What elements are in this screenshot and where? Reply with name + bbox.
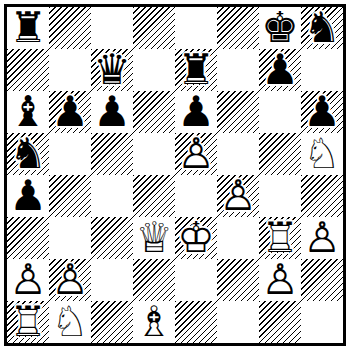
piece-black-pawn: ♟ — [49, 91, 91, 133]
square-a3[interactable] — [7, 217, 49, 259]
board-grid: ♜♚♞♛♜♟♝♟♟♟♟♞♟♙♞♘♟♟♙♛♕♚♔♜♖♟♙♟♙♟♙♟♙♜♖♞♘♝♗ — [7, 7, 343, 343]
square-a1[interactable]: ♜♖ — [7, 301, 49, 343]
square-e2[interactable] — [175, 259, 217, 301]
square-e1[interactable] — [175, 301, 217, 343]
square-g1[interactable] — [259, 301, 301, 343]
piece-glyph: ♚ — [259, 7, 301, 49]
piece-white-pawn: ♟♙ — [301, 217, 343, 259]
piece-outline: ♕ — [133, 217, 175, 259]
piece-glyph: ♞ — [301, 7, 343, 49]
square-a2[interactable]: ♟♙ — [7, 259, 49, 301]
piece-glyph: ♟ — [91, 91, 133, 133]
square-c5[interactable] — [91, 133, 133, 175]
piece-white-bishop: ♝♗ — [133, 301, 175, 343]
piece-outline: ♙ — [175, 133, 217, 175]
square-c7[interactable]: ♛ — [91, 49, 133, 91]
square-b2[interactable]: ♟♙ — [49, 259, 91, 301]
square-d1[interactable]: ♝♗ — [133, 301, 175, 343]
piece-white-rook: ♜♖ — [7, 301, 49, 343]
piece-outline: ♘ — [301, 133, 343, 175]
square-h3[interactable]: ♟♙ — [301, 217, 343, 259]
piece-outline: ♗ — [133, 301, 175, 343]
square-f3[interactable] — [217, 217, 259, 259]
square-g8[interactable]: ♚ — [259, 7, 301, 49]
piece-glyph: ♜ — [7, 7, 49, 49]
square-e7[interactable]: ♜ — [175, 49, 217, 91]
square-g2[interactable]: ♟♙ — [259, 259, 301, 301]
square-d4[interactable] — [133, 175, 175, 217]
square-d6[interactable] — [133, 91, 175, 133]
square-d7[interactable] — [133, 49, 175, 91]
square-h1[interactable] — [301, 301, 343, 343]
square-h2[interactable] — [301, 259, 343, 301]
square-g7[interactable]: ♟ — [259, 49, 301, 91]
square-d5[interactable] — [133, 133, 175, 175]
square-f4[interactable]: ♟♙ — [217, 175, 259, 217]
piece-glyph: ♟ — [7, 175, 49, 217]
square-b7[interactable] — [49, 49, 91, 91]
piece-white-pawn: ♟♙ — [217, 175, 259, 217]
piece-glyph: ♛ — [91, 49, 133, 91]
piece-black-bishop: ♝ — [7, 91, 49, 133]
square-f1[interactable] — [217, 301, 259, 343]
square-g4[interactable] — [259, 175, 301, 217]
square-b8[interactable] — [49, 7, 91, 49]
square-d2[interactable] — [133, 259, 175, 301]
square-h8[interactable]: ♞ — [301, 7, 343, 49]
square-b1[interactable]: ♞♘ — [49, 301, 91, 343]
square-h7[interactable] — [301, 49, 343, 91]
square-c1[interactable] — [91, 301, 133, 343]
piece-white-king: ♚♔ — [175, 217, 217, 259]
square-c4[interactable] — [91, 175, 133, 217]
square-b5[interactable] — [49, 133, 91, 175]
square-h6[interactable]: ♟ — [301, 91, 343, 133]
square-b3[interactable] — [49, 217, 91, 259]
square-c6[interactable]: ♟ — [91, 91, 133, 133]
piece-white-pawn: ♟♙ — [175, 133, 217, 175]
piece-outline: ♖ — [7, 301, 49, 343]
piece-outline: ♘ — [49, 301, 91, 343]
piece-black-rook: ♜ — [175, 49, 217, 91]
square-f6[interactable] — [217, 91, 259, 133]
piece-glyph: ♝ — [7, 91, 49, 133]
piece-white-knight: ♞♘ — [301, 133, 343, 175]
square-a5[interactable]: ♞ — [7, 133, 49, 175]
square-h5[interactable]: ♞♘ — [301, 133, 343, 175]
square-f5[interactable] — [217, 133, 259, 175]
piece-outline: ♙ — [259, 259, 301, 301]
piece-black-rook: ♜ — [7, 7, 49, 49]
piece-black-king: ♚ — [259, 7, 301, 49]
piece-black-knight: ♞ — [301, 7, 343, 49]
square-f2[interactable] — [217, 259, 259, 301]
piece-outline: ♙ — [301, 217, 343, 259]
piece-outline: ♖ — [259, 217, 301, 259]
square-a8[interactable]: ♜ — [7, 7, 49, 49]
square-b6[interactable]: ♟ — [49, 91, 91, 133]
square-f7[interactable] — [217, 49, 259, 91]
square-e6[interactable]: ♟ — [175, 91, 217, 133]
square-g3[interactable]: ♜♖ — [259, 217, 301, 259]
square-c8[interactable] — [91, 7, 133, 49]
square-e8[interactable] — [175, 7, 217, 49]
piece-black-queen: ♛ — [91, 49, 133, 91]
piece-black-pawn: ♟ — [301, 91, 343, 133]
square-b4[interactable] — [49, 175, 91, 217]
piece-glyph: ♟ — [301, 91, 343, 133]
square-e3[interactable]: ♚♔ — [175, 217, 217, 259]
piece-white-knight: ♞♘ — [49, 301, 91, 343]
piece-glyph: ♞ — [7, 133, 49, 175]
piece-white-queen: ♛♕ — [133, 217, 175, 259]
piece-black-pawn: ♟ — [259, 49, 301, 91]
square-h4[interactable] — [301, 175, 343, 217]
square-f8[interactable] — [217, 7, 259, 49]
piece-white-pawn: ♟♙ — [7, 259, 49, 301]
piece-outline: ♙ — [7, 259, 49, 301]
piece-outline: ♔ — [175, 217, 217, 259]
piece-glyph: ♜ — [175, 49, 217, 91]
square-e5[interactable]: ♟♙ — [175, 133, 217, 175]
square-g5[interactable] — [259, 133, 301, 175]
square-g6[interactable] — [259, 91, 301, 133]
square-a7[interactable] — [7, 49, 49, 91]
piece-glyph: ♟ — [259, 49, 301, 91]
square-c2[interactable] — [91, 259, 133, 301]
piece-white-pawn: ♟♙ — [259, 259, 301, 301]
chess-board: ♜♚♞♛♜♟♝♟♟♟♟♞♟♙♞♘♟♟♙♛♕♚♔♜♖♟♙♟♙♟♙♟♙♜♖♞♘♝♗ — [4, 4, 346, 346]
piece-black-pawn: ♟ — [175, 91, 217, 133]
piece-black-pawn: ♟ — [7, 175, 49, 217]
piece-glyph: ♟ — [49, 91, 91, 133]
square-e4[interactable] — [175, 175, 217, 217]
piece-black-pawn: ♟ — [91, 91, 133, 133]
piece-outline: ♙ — [49, 259, 91, 301]
piece-glyph: ♟ — [175, 91, 217, 133]
square-d3[interactable]: ♛♕ — [133, 217, 175, 259]
square-c3[interactable] — [91, 217, 133, 259]
piece-outline: ♙ — [217, 175, 259, 217]
piece-white-rook: ♜♖ — [259, 217, 301, 259]
square-d8[interactable] — [133, 7, 175, 49]
square-a6[interactable]: ♝ — [7, 91, 49, 133]
square-a4[interactable]: ♟ — [7, 175, 49, 217]
piece-white-pawn: ♟♙ — [49, 259, 91, 301]
piece-black-knight: ♞ — [7, 133, 49, 175]
